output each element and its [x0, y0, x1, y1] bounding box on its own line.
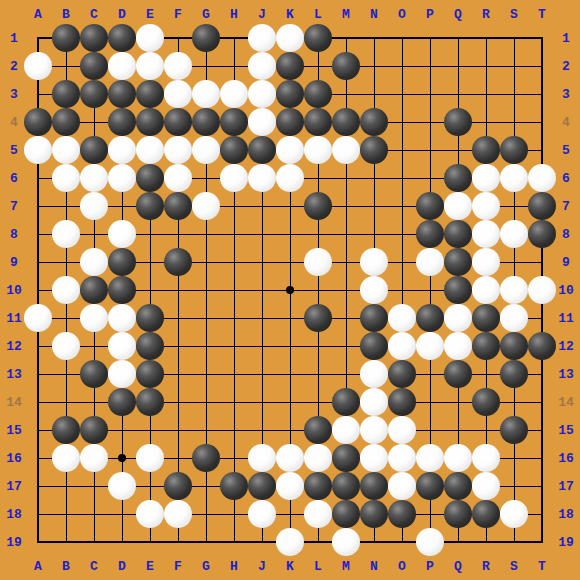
col-label-top-A: A — [34, 8, 42, 21]
white-stone-D12[interactable] — [108, 332, 136, 360]
white-stone-P16[interactable] — [416, 444, 444, 472]
white-stone-J2[interactable] — [248, 52, 276, 80]
row-label-right-15: 15 — [558, 424, 574, 437]
row-label-right-5: 5 — [562, 144, 570, 157]
row-label-left-10: 10 — [6, 284, 22, 297]
star-point-K10 — [286, 286, 294, 294]
white-stone-E16[interactable] — [136, 444, 164, 472]
black-stone-L15[interactable] — [304, 416, 332, 444]
col-label-top-F: F — [174, 8, 182, 21]
row-label-left-1: 1 — [10, 32, 18, 45]
white-stone-D17[interactable] — [108, 472, 136, 500]
row-label-left-9: 9 — [10, 256, 18, 269]
row-label-right-6: 6 — [562, 172, 570, 185]
white-stone-F5[interactable] — [164, 136, 192, 164]
col-label-bottom-R: R — [482, 560, 490, 573]
white-stone-O11[interactable] — [388, 304, 416, 332]
white-stone-H6[interactable] — [220, 164, 248, 192]
row-label-left-4: 4 — [10, 116, 18, 129]
black-stone-N5[interactable] — [360, 136, 388, 164]
black-stone-Q8[interactable] — [444, 220, 472, 248]
black-stone-B3[interactable] — [52, 80, 80, 108]
row-label-right-4: 4 — [562, 116, 570, 129]
black-stone-M18[interactable] — [332, 500, 360, 528]
grid-line-horizontal — [37, 430, 543, 431]
col-label-top-L: L — [314, 8, 322, 21]
row-label-left-2: 2 — [10, 60, 18, 73]
black-stone-R14[interactable] — [472, 388, 500, 416]
white-stone-R16[interactable] — [472, 444, 500, 472]
row-label-left-7: 7 — [10, 200, 18, 213]
white-stone-S11[interactable] — [500, 304, 528, 332]
black-stone-B1[interactable] — [52, 24, 80, 52]
col-label-top-N: N — [370, 8, 378, 21]
col-label-bottom-N: N — [370, 560, 378, 573]
white-stone-R6[interactable] — [472, 164, 500, 192]
black-stone-G4[interactable] — [192, 108, 220, 136]
white-stone-R7[interactable] — [472, 192, 500, 220]
black-stone-D9[interactable] — [108, 248, 136, 276]
col-label-top-G: G — [202, 8, 210, 21]
white-stone-T10[interactable] — [528, 276, 556, 304]
white-stone-N14[interactable] — [360, 388, 388, 416]
row-label-left-14: 14 — [6, 396, 22, 409]
black-stone-C5[interactable] — [80, 136, 108, 164]
white-stone-L16[interactable] — [304, 444, 332, 472]
black-stone-O18[interactable] — [388, 500, 416, 528]
black-stone-Q4[interactable] — [444, 108, 472, 136]
black-stone-B4[interactable] — [52, 108, 80, 136]
col-label-bottom-S: S — [510, 560, 518, 573]
white-stone-J3[interactable] — [248, 80, 276, 108]
black-stone-K2[interactable] — [276, 52, 304, 80]
white-stone-C7[interactable] — [80, 192, 108, 220]
row-label-right-1: 1 — [562, 32, 570, 45]
col-label-bottom-Q: Q — [454, 560, 462, 573]
white-stone-D11[interactable] — [108, 304, 136, 332]
black-stone-Q9[interactable] — [444, 248, 472, 276]
col-label-bottom-A: A — [34, 560, 42, 573]
col-label-top-S: S — [510, 8, 518, 21]
white-stone-N15[interactable] — [360, 416, 388, 444]
black-stone-C10[interactable] — [80, 276, 108, 304]
white-stone-F6[interactable] — [164, 164, 192, 192]
black-stone-C1[interactable] — [80, 24, 108, 52]
black-stone-O13[interactable] — [388, 360, 416, 388]
white-stone-P19[interactable] — [416, 528, 444, 556]
row-label-right-2: 2 — [562, 60, 570, 73]
black-stone-N18[interactable] — [360, 500, 388, 528]
white-stone-M19[interactable] — [332, 528, 360, 556]
black-stone-D10[interactable] — [108, 276, 136, 304]
black-stone-B15[interactable] — [52, 416, 80, 444]
black-stone-G1[interactable] — [192, 24, 220, 52]
black-stone-L4[interactable] — [304, 108, 332, 136]
black-stone-M16[interactable] — [332, 444, 360, 472]
black-stone-H17[interactable] — [220, 472, 248, 500]
white-stone-F2[interactable] — [164, 52, 192, 80]
row-label-left-3: 3 — [10, 88, 18, 101]
white-stone-J16[interactable] — [248, 444, 276, 472]
row-label-right-19: 19 — [558, 536, 574, 549]
row-label-right-8: 8 — [562, 228, 570, 241]
col-label-bottom-E: E — [146, 560, 154, 573]
black-stone-J5[interactable] — [248, 136, 276, 164]
col-label-top-R: R — [482, 8, 490, 21]
white-stone-E5[interactable] — [136, 136, 164, 164]
black-stone-P17[interactable] — [416, 472, 444, 500]
black-stone-D4[interactable] — [108, 108, 136, 136]
black-stone-O14[interactable] — [388, 388, 416, 416]
black-stone-E12[interactable] — [136, 332, 164, 360]
black-stone-M14[interactable] — [332, 388, 360, 416]
black-stone-Q17[interactable] — [444, 472, 472, 500]
black-stone-G16[interactable] — [192, 444, 220, 472]
white-stone-N13[interactable] — [360, 360, 388, 388]
black-stone-Q10[interactable] — [444, 276, 472, 304]
col-label-bottom-T: T — [538, 560, 546, 573]
black-stone-F7[interactable] — [164, 192, 192, 220]
black-stone-R5[interactable] — [472, 136, 500, 164]
black-stone-F9[interactable] — [164, 248, 192, 276]
col-label-bottom-B: B — [62, 560, 70, 573]
black-stone-C15[interactable] — [80, 416, 108, 444]
white-stone-K16[interactable] — [276, 444, 304, 472]
row-label-left-13: 13 — [6, 368, 22, 381]
row-label-left-6: 6 — [10, 172, 18, 185]
white-stone-O12[interactable] — [388, 332, 416, 360]
white-stone-S8[interactable] — [500, 220, 528, 248]
white-stone-C16[interactable] — [80, 444, 108, 472]
row-label-left-18: 18 — [6, 508, 22, 521]
black-stone-F4[interactable] — [164, 108, 192, 136]
white-stone-P12[interactable] — [416, 332, 444, 360]
col-label-top-M: M — [342, 8, 350, 21]
white-stone-R9[interactable] — [472, 248, 500, 276]
col-label-bottom-D: D — [118, 560, 126, 573]
white-stone-E18[interactable] — [136, 500, 164, 528]
white-stone-A2[interactable] — [24, 52, 52, 80]
black-stone-D1[interactable] — [108, 24, 136, 52]
black-stone-R18[interactable] — [472, 500, 500, 528]
white-stone-L18[interactable] — [304, 500, 332, 528]
white-stone-K6[interactable] — [276, 164, 304, 192]
row-label-left-8: 8 — [10, 228, 18, 241]
white-stone-G7[interactable] — [192, 192, 220, 220]
col-label-bottom-H: H — [230, 560, 238, 573]
white-stone-P9[interactable] — [416, 248, 444, 276]
white-stone-S6[interactable] — [500, 164, 528, 192]
black-stone-M17[interactable] — [332, 472, 360, 500]
white-stone-B12[interactable] — [52, 332, 80, 360]
white-stone-K17[interactable] — [276, 472, 304, 500]
black-stone-P8[interactable] — [416, 220, 444, 248]
row-label-right-14: 14 — [558, 396, 574, 409]
black-stone-E4[interactable] — [136, 108, 164, 136]
white-stone-J6[interactable] — [248, 164, 276, 192]
white-stone-G3[interactable] — [192, 80, 220, 108]
white-stone-B16[interactable] — [52, 444, 80, 472]
white-stone-E1[interactable] — [136, 24, 164, 52]
white-stone-D2[interactable] — [108, 52, 136, 80]
black-stone-E14[interactable] — [136, 388, 164, 416]
black-stone-S15[interactable] — [500, 416, 528, 444]
black-stone-Q13[interactable] — [444, 360, 472, 388]
row-label-left-19: 19 — [6, 536, 22, 549]
black-stone-D3[interactable] — [108, 80, 136, 108]
col-label-top-P: P — [426, 8, 434, 21]
row-label-right-9: 9 — [562, 256, 570, 269]
col-label-bottom-O: O — [398, 560, 406, 573]
white-stone-E2[interactable] — [136, 52, 164, 80]
white-stone-L5[interactable] — [304, 136, 332, 164]
white-stone-F3[interactable] — [164, 80, 192, 108]
black-stone-T12[interactable] — [528, 332, 556, 360]
col-label-top-C: C — [90, 8, 98, 21]
white-stone-K19[interactable] — [276, 528, 304, 556]
col-label-bottom-C: C — [90, 560, 98, 573]
black-stone-N11[interactable] — [360, 304, 388, 332]
white-stone-Q11[interactable] — [444, 304, 472, 332]
black-stone-L17[interactable] — [304, 472, 332, 500]
white-stone-C11[interactable] — [80, 304, 108, 332]
white-stone-L9[interactable] — [304, 248, 332, 276]
black-stone-P7[interactable] — [416, 192, 444, 220]
white-stone-M15[interactable] — [332, 416, 360, 444]
white-stone-O17[interactable] — [388, 472, 416, 500]
row-label-right-11: 11 — [558, 312, 574, 325]
row-label-right-10: 10 — [558, 284, 574, 297]
white-stone-R10[interactable] — [472, 276, 500, 304]
white-stone-S18[interactable] — [500, 500, 528, 528]
white-stone-T6[interactable] — [528, 164, 556, 192]
black-stone-A4[interactable] — [24, 108, 52, 136]
star-point-D16 — [118, 454, 126, 462]
white-stone-B10[interactable] — [52, 276, 80, 304]
white-stone-J4[interactable] — [248, 108, 276, 136]
white-stone-D8[interactable] — [108, 220, 136, 248]
white-stone-N16[interactable] — [360, 444, 388, 472]
black-stone-S13[interactable] — [500, 360, 528, 388]
col-label-top-Q: Q — [454, 8, 462, 21]
black-stone-S5[interactable] — [500, 136, 528, 164]
white-stone-G5[interactable] — [192, 136, 220, 164]
black-stone-E13[interactable] — [136, 360, 164, 388]
white-stone-C9[interactable] — [80, 248, 108, 276]
row-label-right-13: 13 — [558, 368, 574, 381]
black-stone-E7[interactable] — [136, 192, 164, 220]
row-label-left-11: 11 — [6, 312, 22, 325]
white-stone-O15[interactable] — [388, 416, 416, 444]
black-stone-E6[interactable] — [136, 164, 164, 192]
go-board[interactable]: AABBCCDDEEFFGGHHJJKKLLMMNNOOPPQQRRSSTT11… — [0, 0, 580, 580]
white-stone-H3[interactable] — [220, 80, 248, 108]
white-stone-D6[interactable] — [108, 164, 136, 192]
white-stone-M5[interactable] — [332, 136, 360, 164]
row-label-left-17: 17 — [6, 480, 22, 493]
white-stone-O16[interactable] — [388, 444, 416, 472]
white-stone-D13[interactable] — [108, 360, 136, 388]
black-stone-N17[interactable] — [360, 472, 388, 500]
row-label-left-5: 5 — [10, 144, 18, 157]
black-stone-R11[interactable] — [472, 304, 500, 332]
white-stone-D5[interactable] — [108, 136, 136, 164]
white-stone-B8[interactable] — [52, 220, 80, 248]
row-label-left-16: 16 — [6, 452, 22, 465]
row-label-right-3: 3 — [562, 88, 570, 101]
col-label-bottom-G: G — [202, 560, 210, 573]
white-stone-R8[interactable] — [472, 220, 500, 248]
row-label-right-12: 12 — [558, 340, 574, 353]
white-stone-A11[interactable] — [24, 304, 52, 332]
black-stone-M4[interactable] — [332, 108, 360, 136]
white-stone-B6[interactable] — [52, 164, 80, 192]
white-stone-C6[interactable] — [80, 164, 108, 192]
black-stone-H4[interactable] — [220, 108, 248, 136]
black-stone-L11[interactable] — [304, 304, 332, 332]
row-label-right-17: 17 — [558, 480, 574, 493]
white-stone-N10[interactable] — [360, 276, 388, 304]
col-label-bottom-M: M — [342, 560, 350, 573]
black-stone-E3[interactable] — [136, 80, 164, 108]
col-label-top-J: J — [258, 8, 266, 21]
white-stone-A5[interactable] — [24, 136, 52, 164]
black-stone-F17[interactable] — [164, 472, 192, 500]
white-stone-F18[interactable] — [164, 500, 192, 528]
white-stone-S10[interactable] — [500, 276, 528, 304]
black-stone-L3[interactable] — [304, 80, 332, 108]
row-label-right-7: 7 — [562, 200, 570, 213]
col-label-bottom-K: K — [286, 560, 294, 573]
black-stone-P11[interactable] — [416, 304, 444, 332]
black-stone-C2[interactable] — [80, 52, 108, 80]
black-stone-L1[interactable] — [304, 24, 332, 52]
white-stone-J1[interactable] — [248, 24, 276, 52]
white-stone-Q12[interactable] — [444, 332, 472, 360]
black-stone-N12[interactable] — [360, 332, 388, 360]
white-stone-K1[interactable] — [276, 24, 304, 52]
col-label-top-B: B — [62, 8, 70, 21]
col-label-top-D: D — [118, 8, 126, 21]
white-stone-N9[interactable] — [360, 248, 388, 276]
black-stone-H5[interactable] — [220, 136, 248, 164]
row-label-right-18: 18 — [558, 508, 574, 521]
col-label-top-K: K — [286, 8, 294, 21]
col-label-bottom-L: L — [314, 560, 322, 573]
black-stone-K4[interactable] — [276, 108, 304, 136]
black-stone-T7[interactable] — [528, 192, 556, 220]
row-label-left-15: 15 — [6, 424, 22, 437]
col-label-top-H: H — [230, 8, 238, 21]
black-stone-K3[interactable] — [276, 80, 304, 108]
col-label-top-E: E — [146, 8, 154, 21]
black-stone-T8[interactable] — [528, 220, 556, 248]
white-stone-J18[interactable] — [248, 500, 276, 528]
black-stone-C3[interactable] — [80, 80, 108, 108]
col-label-top-T: T — [538, 8, 546, 21]
row-label-right-16: 16 — [558, 452, 574, 465]
black-stone-N4[interactable] — [360, 108, 388, 136]
black-stone-L7[interactable] — [304, 192, 332, 220]
white-stone-R17[interactable] — [472, 472, 500, 500]
black-stone-C13[interactable] — [80, 360, 108, 388]
col-label-bottom-P: P — [426, 560, 434, 573]
black-stone-J17[interactable] — [248, 472, 276, 500]
black-stone-S12[interactable] — [500, 332, 528, 360]
black-stone-D14[interactable] — [108, 388, 136, 416]
col-label-top-O: O — [398, 8, 406, 21]
white-stone-Q7[interactable] — [444, 192, 472, 220]
white-stone-Q16[interactable] — [444, 444, 472, 472]
black-stone-E11[interactable] — [136, 304, 164, 332]
white-stone-K5[interactable] — [276, 136, 304, 164]
black-stone-M2[interactable] — [332, 52, 360, 80]
col-label-bottom-F: F — [174, 560, 182, 573]
row-label-left-12: 12 — [6, 340, 22, 353]
white-stone-B5[interactable] — [52, 136, 80, 164]
black-stone-R12[interactable] — [472, 332, 500, 360]
black-stone-Q6[interactable] — [444, 164, 472, 192]
black-stone-Q18[interactable] — [444, 500, 472, 528]
col-label-bottom-J: J — [258, 560, 266, 573]
